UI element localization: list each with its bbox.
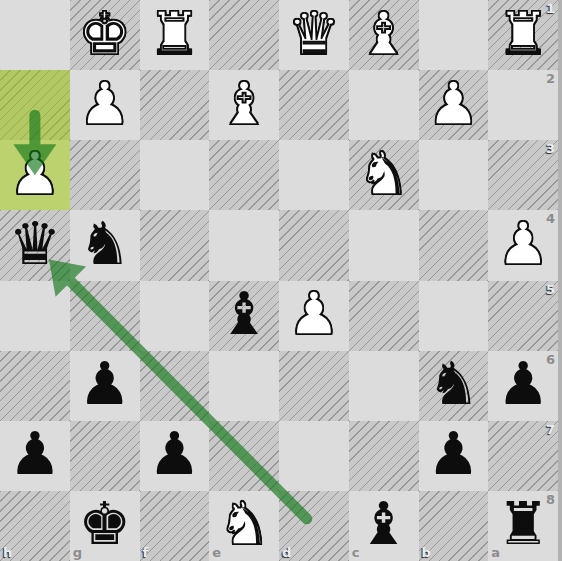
square-f2[interactable] xyxy=(140,70,210,140)
black-bishop[interactable]: ♝ xyxy=(218,284,271,343)
rank-label-3: 3 xyxy=(546,142,555,155)
square-g6[interactable]: ♟ xyxy=(70,351,140,421)
rank-label-7: 7 xyxy=(546,423,555,436)
square-f5[interactable] xyxy=(140,281,210,351)
square-g8[interactable]: g♚ xyxy=(70,491,140,561)
white-pawn[interactable]: ♟ xyxy=(8,144,61,203)
file-label-h: h xyxy=(3,546,12,559)
square-h6[interactable] xyxy=(0,351,70,421)
white-king[interactable]: ♚ xyxy=(78,4,131,63)
square-b3[interactable] xyxy=(419,140,489,210)
square-e6[interactable] xyxy=(209,351,279,421)
square-h7[interactable]: ♟ xyxy=(0,421,70,491)
square-c3[interactable]: ♞ xyxy=(349,140,419,210)
black-knight[interactable]: ♞ xyxy=(427,354,480,413)
board-edge xyxy=(558,0,562,561)
black-bishop[interactable]: ♝ xyxy=(357,494,410,553)
lastmove-highlight-h2 xyxy=(0,70,70,140)
white-pawn[interactable]: ♟ xyxy=(497,214,550,273)
file-label-f: f xyxy=(143,546,149,559)
square-g2[interactable]: ♟ xyxy=(70,70,140,140)
square-f1[interactable]: ♜ xyxy=(140,0,210,70)
square-h3[interactable]: ♟ xyxy=(0,140,70,210)
square-g7[interactable] xyxy=(70,421,140,491)
file-label-b: b xyxy=(422,546,431,559)
square-f7[interactable]: ♟ xyxy=(140,421,210,491)
square-h4[interactable]: ♛ xyxy=(0,210,70,280)
square-d2[interactable] xyxy=(279,70,349,140)
square-a5[interactable]: 5 xyxy=(488,281,558,351)
white-rook[interactable]: ♜ xyxy=(148,4,201,63)
white-pawn[interactable]: ♟ xyxy=(287,284,340,343)
square-e2[interactable]: ♝ xyxy=(209,70,279,140)
chess-board: ♚♜♛♝1♜♟♝♟2♟♞3♛♞4♟♝♟5♟♞6♟♟♟♟7hg♚fe♞dc♝ba8… xyxy=(0,0,558,561)
square-c5[interactable] xyxy=(349,281,419,351)
square-c1[interactable]: ♝ xyxy=(349,0,419,70)
square-b4[interactable] xyxy=(419,210,489,280)
rank-label-2: 2 xyxy=(546,72,555,85)
square-e7[interactable] xyxy=(209,421,279,491)
black-queen[interactable]: ♛ xyxy=(8,214,61,273)
black-pawn[interactable]: ♟ xyxy=(78,354,131,413)
square-c6[interactable] xyxy=(349,351,419,421)
square-e4[interactable] xyxy=(209,210,279,280)
square-g3[interactable] xyxy=(70,140,140,210)
white-bishop[interactable]: ♝ xyxy=(218,74,271,133)
square-a6[interactable]: 6♟ xyxy=(488,351,558,421)
square-d3[interactable] xyxy=(279,140,349,210)
black-pawn[interactable]: ♟ xyxy=(427,424,480,483)
square-c7[interactable] xyxy=(349,421,419,491)
square-d1[interactable]: ♛ xyxy=(279,0,349,70)
square-g4[interactable]: ♞ xyxy=(70,210,140,280)
square-a8[interactable]: a8♜ xyxy=(488,491,558,561)
square-h2[interactable] xyxy=(0,70,70,140)
white-rook[interactable]: ♜ xyxy=(497,4,550,63)
square-a7[interactable]: 7 xyxy=(488,421,558,491)
square-e1[interactable] xyxy=(209,0,279,70)
black-pawn[interactable]: ♟ xyxy=(8,424,61,483)
square-h5[interactable] xyxy=(0,281,70,351)
square-g1[interactable]: ♚ xyxy=(70,0,140,70)
square-a2[interactable]: 2 xyxy=(488,70,558,140)
square-d6[interactable] xyxy=(279,351,349,421)
square-b1[interactable] xyxy=(419,0,489,70)
square-c4[interactable] xyxy=(349,210,419,280)
square-b8[interactable]: b xyxy=(419,491,489,561)
square-f8[interactable]: f xyxy=(140,491,210,561)
square-c2[interactable] xyxy=(349,70,419,140)
square-d5[interactable]: ♟ xyxy=(279,281,349,351)
square-a1[interactable]: 1♜ xyxy=(488,0,558,70)
white-pawn[interactable]: ♟ xyxy=(78,74,131,133)
square-f3[interactable] xyxy=(140,140,210,210)
square-d8[interactable]: d xyxy=(279,491,349,561)
black-pawn[interactable]: ♟ xyxy=(148,424,201,483)
white-bishop[interactable]: ♝ xyxy=(357,4,410,63)
white-knight[interactable]: ♞ xyxy=(357,144,410,203)
white-pawn[interactable]: ♟ xyxy=(427,74,480,133)
square-f6[interactable] xyxy=(140,351,210,421)
square-a3[interactable]: 3 xyxy=(488,140,558,210)
black-rook[interactable]: ♜ xyxy=(497,494,550,553)
white-knight[interactable]: ♞ xyxy=(218,494,271,553)
chess-board-wrap: ♚♜♛♝1♜♟♝♟2♟♞3♛♞4♟♝♟5♟♞6♟♟♟♟7hg♚fe♞dc♝ba8… xyxy=(0,0,562,561)
square-b5[interactable] xyxy=(419,281,489,351)
square-e8[interactable]: e♞ xyxy=(209,491,279,561)
black-pawn[interactable]: ♟ xyxy=(497,354,550,413)
square-d4[interactable] xyxy=(279,210,349,280)
square-b6[interactable]: ♞ xyxy=(419,351,489,421)
square-b7[interactable]: ♟ xyxy=(419,421,489,491)
square-h1[interactable] xyxy=(0,0,70,70)
square-a4[interactable]: 4♟ xyxy=(488,210,558,280)
white-queen[interactable]: ♛ xyxy=(287,4,340,63)
rank-label-5: 5 xyxy=(546,283,555,296)
square-f4[interactable] xyxy=(140,210,210,280)
black-knight[interactable]: ♞ xyxy=(78,214,131,273)
black-king[interactable]: ♚ xyxy=(78,494,131,553)
file-label-d: d xyxy=(282,546,291,559)
square-e3[interactable] xyxy=(209,140,279,210)
square-e5[interactable]: ♝ xyxy=(209,281,279,351)
square-h8[interactable]: h xyxy=(0,491,70,561)
square-b2[interactable]: ♟ xyxy=(419,70,489,140)
square-c8[interactable]: c♝ xyxy=(349,491,419,561)
square-d7[interactable] xyxy=(279,421,349,491)
square-g5[interactable] xyxy=(70,281,140,351)
